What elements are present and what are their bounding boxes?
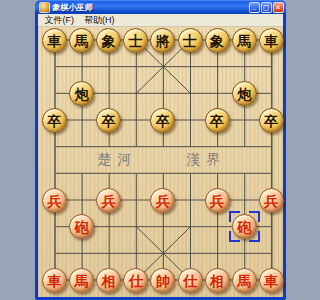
river-label-right: 漢界 bbox=[176, 151, 238, 169]
piece-red-soldier[interactable]: 兵 bbox=[42, 188, 67, 213]
piece-red-horse[interactable]: 馬 bbox=[69, 268, 94, 293]
piece-red-soldier[interactable]: 兵 bbox=[150, 188, 175, 213]
piece-black-soldier[interactable]: 卒 bbox=[96, 108, 121, 133]
piece-black-chariot[interactable]: 車 bbox=[259, 28, 284, 53]
piece-black-chariot[interactable]: 車 bbox=[42, 28, 67, 53]
close-button[interactable]: × bbox=[273, 2, 284, 13]
maximize-icon: □ bbox=[264, 3, 269, 12]
piece-black-advisor[interactable]: 士 bbox=[123, 28, 148, 53]
piece-black-cannon[interactable]: 炮 bbox=[232, 81, 257, 106]
minimize-button[interactable]: _ bbox=[249, 2, 260, 13]
window-controls: _ □ × bbox=[249, 2, 284, 13]
board-grid-lines bbox=[38, 27, 283, 297]
piece-red-advisor[interactable]: 仕 bbox=[178, 268, 203, 293]
piece-red-elephant[interactable]: 相 bbox=[205, 268, 230, 293]
app-window: 象棋小巫师 _ □ × 文件(F) 帮助(H) 楚河 漢界 車馬象士將士象馬車炮… bbox=[35, 0, 286, 300]
piece-red-chariot[interactable]: 車 bbox=[259, 268, 284, 293]
piece-red-chariot[interactable]: 車 bbox=[42, 268, 67, 293]
piece-black-horse[interactable]: 馬 bbox=[69, 28, 94, 53]
piece-red-advisor[interactable]: 仕 bbox=[123, 268, 148, 293]
piece-black-soldier[interactable]: 卒 bbox=[259, 108, 284, 133]
river-label-left: 楚河 bbox=[87, 151, 149, 169]
menu-bar: 文件(F) 帮助(H) bbox=[38, 14, 283, 27]
maximize-button[interactable]: □ bbox=[261, 2, 272, 13]
piece-red-soldier[interactable]: 兵 bbox=[205, 188, 230, 213]
piece-black-elephant[interactable]: 象 bbox=[205, 28, 230, 53]
app-icon bbox=[39, 2, 50, 13]
piece-black-advisor[interactable]: 士 bbox=[178, 28, 203, 53]
piece-black-general[interactable]: 將 bbox=[150, 28, 175, 53]
window-title: 象棋小巫师 bbox=[53, 2, 249, 13]
title-bar[interactable]: 象棋小巫师 _ □ × bbox=[35, 0, 286, 14]
xiangqi-board[interactable]: 楚河 漢界 車馬象士將士象馬車炮炮卒卒卒卒卒兵兵兵兵兵砲砲車馬相仕帥仕相馬車 bbox=[38, 27, 283, 297]
close-icon: × bbox=[276, 3, 281, 12]
piece-black-elephant[interactable]: 象 bbox=[96, 28, 121, 53]
piece-black-soldier[interactable]: 卒 bbox=[205, 108, 230, 133]
menu-help[interactable]: 帮助(H) bbox=[81, 14, 122, 27]
piece-black-horse[interactable]: 馬 bbox=[232, 28, 257, 53]
piece-black-cannon[interactable]: 炮 bbox=[69, 81, 94, 106]
piece-black-soldier[interactable]: 卒 bbox=[150, 108, 175, 133]
piece-red-horse[interactable]: 馬 bbox=[232, 268, 257, 293]
piece-red-elephant[interactable]: 相 bbox=[96, 268, 121, 293]
piece-red-soldier[interactable]: 兵 bbox=[259, 188, 284, 213]
window-body: 文件(F) 帮助(H) 楚河 漢界 車馬象士將士象馬車炮炮卒卒卒卒卒兵兵兵兵兵砲… bbox=[35, 14, 286, 300]
menu-file[interactable]: 文件(F) bbox=[42, 14, 82, 27]
piece-red-soldier[interactable]: 兵 bbox=[96, 188, 121, 213]
minimize-icon: _ bbox=[250, 1, 259, 10]
piece-black-soldier[interactable]: 卒 bbox=[42, 108, 67, 133]
piece-red-cannon[interactable]: 砲 bbox=[232, 214, 257, 239]
piece-red-general[interactable]: 帥 bbox=[150, 268, 175, 293]
